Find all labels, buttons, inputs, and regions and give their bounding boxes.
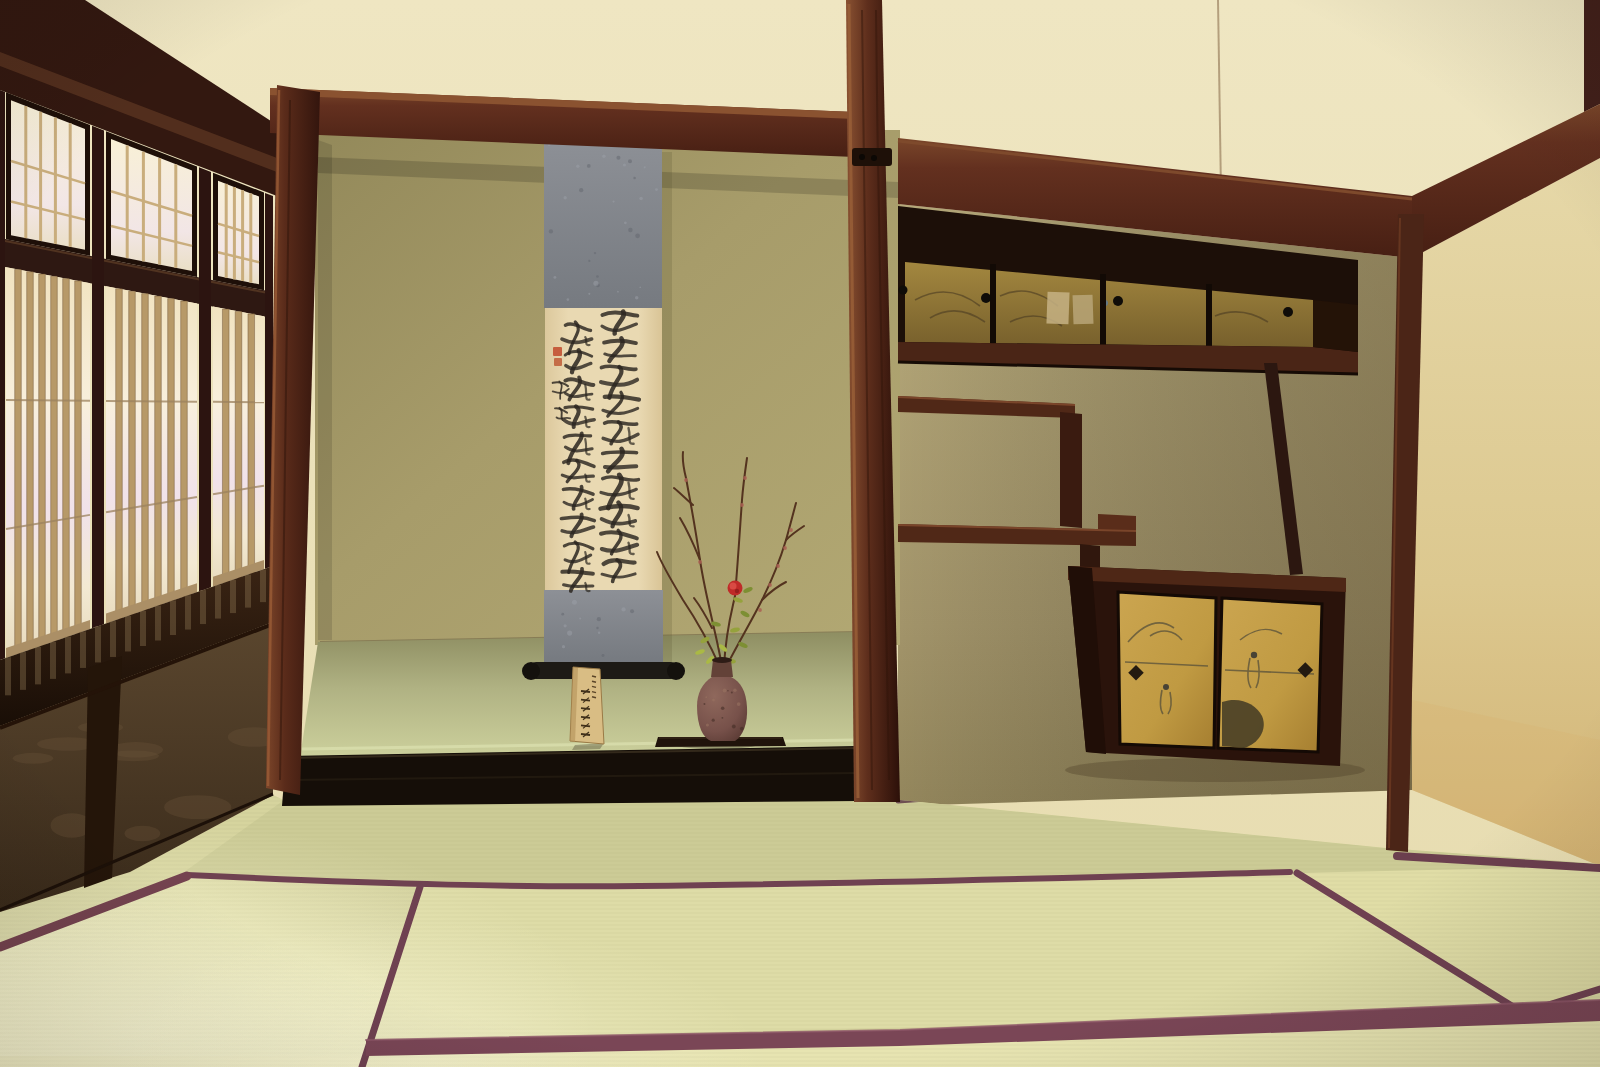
photo-vignette xyxy=(0,0,1600,1067)
room-scene xyxy=(0,0,1600,1067)
tatami-room-photograph: Traditional Japanese tatami room (washit… xyxy=(0,0,1600,1067)
